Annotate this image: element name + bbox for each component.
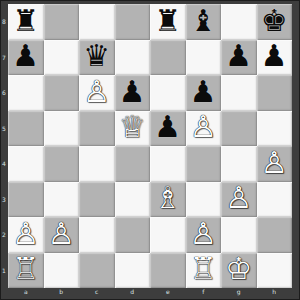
rank-label-3: 3 [0,182,8,218]
piece-black-pawn[interactable]: ♟ [119,77,146,107]
piece-white-pawn[interactable]: ♙ [190,112,217,142]
square-d8[interactable] [115,4,151,40]
square-a6[interactable] [8,75,44,111]
rank-label-5: 5 [0,111,8,147]
piece-black-pawn[interactable]: ♟ [190,77,217,107]
piece-white-rook[interactable]: ♖ [190,254,217,284]
square-b1[interactable] [44,253,80,289]
square-c8[interactable] [79,4,115,40]
square-d4[interactable] [115,146,151,182]
square-b5[interactable] [44,111,80,147]
rank-label-4: 4 [0,146,8,182]
piece-white-pawn[interactable]: ♙ [48,219,75,249]
square-a3[interactable] [8,182,44,218]
square-c4[interactable] [79,146,115,182]
rank-labels: 87654321 [0,4,8,288]
square-f3[interactable] [186,182,222,218]
piece-white-king[interactable]: ♔ [225,254,252,284]
square-c1[interactable] [79,253,115,289]
piece-black-bishop[interactable]: ♝ [190,6,217,36]
square-g4[interactable] [221,146,257,182]
square-b6[interactable] [44,75,80,111]
square-g5[interactable] [221,111,257,147]
square-e8[interactable]: ♜ [150,4,186,40]
square-e6[interactable] [150,75,186,111]
square-h7[interactable]: ♟ [257,40,293,76]
piece-black-queen[interactable]: ♛ [83,41,110,71]
square-f2[interactable]: ♙ [186,217,222,253]
piece-white-pawn[interactable]: ♙ [12,219,39,249]
board: ♜♜♝♚♟♛♟♟♙♟♟♕♟♙♙♗♙♙♙♙♖♖♔ [8,4,292,288]
square-d6[interactable]: ♟ [115,75,151,111]
rank-label-7: 7 [0,40,8,76]
rank-label-1: 1 [0,253,8,289]
file-label-g: g [221,288,257,300]
square-f1[interactable]: ♖ [186,253,222,289]
file-label-h: h [257,288,293,300]
square-e3[interactable]: ♗ [150,182,186,218]
file-label-e: e [150,288,186,300]
file-label-f: f [186,288,222,300]
file-labels: abcdefgh [8,288,292,300]
piece-black-pawn[interactable]: ♟ [225,41,252,71]
square-f8[interactable]: ♝ [186,4,222,40]
square-d1[interactable] [115,253,151,289]
square-b8[interactable] [44,4,80,40]
piece-black-rook[interactable]: ♜ [12,6,39,36]
piece-white-bishop[interactable]: ♗ [154,183,181,213]
square-h4[interactable]: ♙ [257,146,293,182]
square-c2[interactable] [79,217,115,253]
file-label-b: b [44,288,80,300]
square-g7[interactable]: ♟ [221,40,257,76]
square-g2[interactable] [221,217,257,253]
square-b4[interactable] [44,146,80,182]
square-e2[interactable] [150,217,186,253]
piece-black-pawn[interactable]: ♟ [12,41,39,71]
square-f5[interactable]: ♙ [186,111,222,147]
piece-black-king[interactable]: ♚ [261,6,288,36]
square-h8[interactable]: ♚ [257,4,293,40]
piece-white-pawn[interactable]: ♙ [225,183,252,213]
rank-label-8: 8 [0,4,8,40]
square-c3[interactable] [79,182,115,218]
square-h6[interactable] [257,75,293,111]
square-e1[interactable] [150,253,186,289]
square-c5[interactable] [79,111,115,147]
square-h2[interactable] [257,217,293,253]
square-b2[interactable]: ♙ [44,217,80,253]
square-f4[interactable] [186,146,222,182]
piece-white-pawn[interactable]: ♙ [190,219,217,249]
file-label-c: c [79,288,115,300]
square-a1[interactable]: ♖ [8,253,44,289]
square-g6[interactable] [221,75,257,111]
piece-white-rook[interactable]: ♖ [12,254,39,284]
piece-white-queen[interactable]: ♕ [119,112,146,142]
square-h1[interactable] [257,253,293,289]
rank-label-2: 2 [0,217,8,253]
square-g3[interactable]: ♙ [221,182,257,218]
file-label-a: a [8,288,44,300]
square-c7[interactable]: ♛ [79,40,115,76]
square-d5[interactable]: ♕ [115,111,151,147]
square-a7[interactable]: ♟ [8,40,44,76]
square-f7[interactable] [186,40,222,76]
square-f6[interactable]: ♟ [186,75,222,111]
piece-black-rook[interactable]: ♜ [154,6,181,36]
square-d7[interactable] [115,40,151,76]
piece-black-pawn[interactable]: ♟ [261,41,288,71]
square-a4[interactable] [8,146,44,182]
square-b3[interactable] [44,182,80,218]
file-label-d: d [115,288,151,300]
square-a8[interactable]: ♜ [8,4,44,40]
square-e4[interactable] [150,146,186,182]
piece-black-pawn[interactable]: ♟ [154,112,181,142]
square-e7[interactable] [150,40,186,76]
square-c6[interactable]: ♙ [79,75,115,111]
piece-white-pawn[interactable]: ♙ [83,77,110,107]
square-h5[interactable] [257,111,293,147]
square-g8[interactable] [221,4,257,40]
chess-board-window: 87654321 ♜♜♝♚♟♛♟♟♙♟♟♕♟♙♙♗♙♙♙♙♖♖♔ abcdefg… [0,0,300,300]
square-d3[interactable] [115,182,151,218]
square-a5[interactable] [8,111,44,147]
square-g1[interactable]: ♔ [221,253,257,289]
square-a2[interactable]: ♙ [8,217,44,253]
piece-white-pawn[interactable]: ♙ [261,148,288,178]
square-e5[interactable]: ♟ [150,111,186,147]
rank-label-6: 6 [0,75,8,111]
square-h3[interactable] [257,182,293,218]
square-d2[interactable] [115,217,151,253]
square-b7[interactable] [44,40,80,76]
